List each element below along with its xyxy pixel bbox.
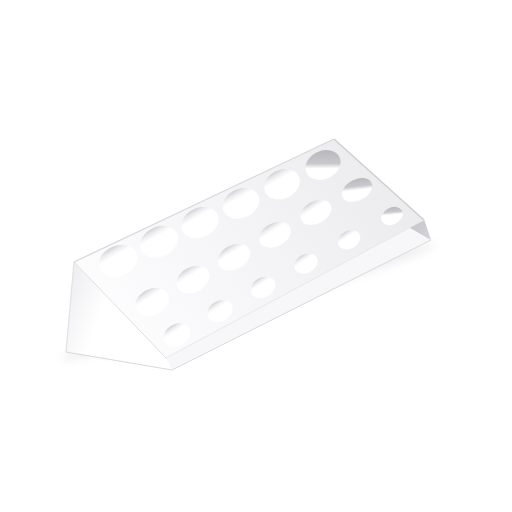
product-photo-canvas [0, 0, 512, 512]
rack-product-photo [0, 0, 512, 512]
